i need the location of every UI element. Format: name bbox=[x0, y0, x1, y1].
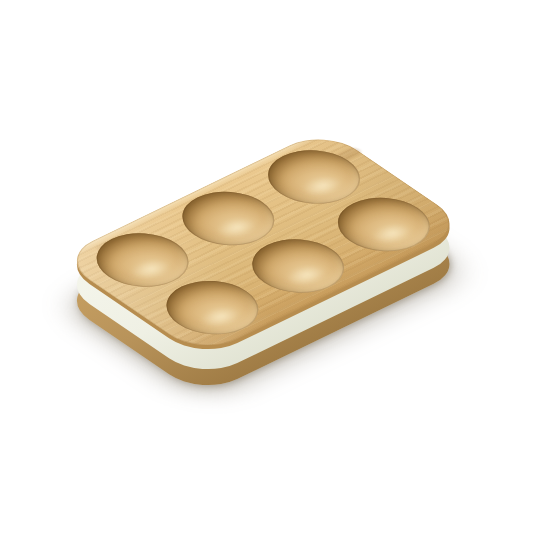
pit-inner-highlight bbox=[279, 261, 331, 290]
product-photo-scene bbox=[0, 0, 560, 560]
pit-inner-highlight bbox=[209, 213, 261, 242]
pit-inner-highlight bbox=[295, 172, 347, 201]
pit-inner-highlight bbox=[365, 219, 417, 248]
pit-inner-highlight bbox=[123, 255, 175, 284]
pit-inner-highlight bbox=[193, 303, 245, 332]
